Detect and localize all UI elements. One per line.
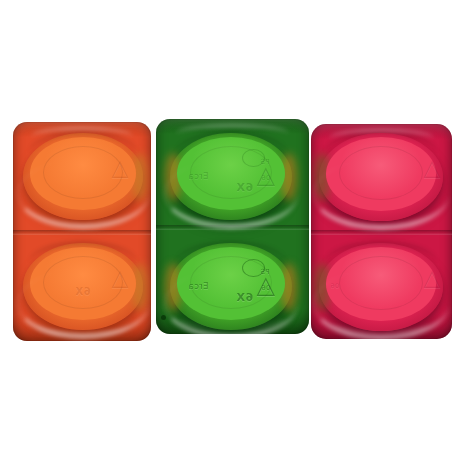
pot-orange-bottom: 6X xyxy=(23,243,143,330)
pot-green-bottom: Erca 6X PS 06 xyxy=(170,243,292,330)
pot-pink-top xyxy=(319,133,443,221)
pack-seam xyxy=(13,230,151,235)
pack-pink: 06 xyxy=(311,124,452,339)
product-photo: 6X Erca 6X PS 06 Erca 6X xyxy=(0,0,465,465)
pot-pink-bottom: 06 xyxy=(319,243,443,331)
recycling-triangle-icon xyxy=(111,157,128,179)
pack-seam xyxy=(311,230,452,235)
marking-manufacturer: Erca xyxy=(188,282,209,291)
marking-pack-count: 6X xyxy=(75,287,91,297)
marking-resin-code: 06 xyxy=(330,283,339,290)
recycling-triangle-icon xyxy=(423,267,440,289)
pack-orange: 6X xyxy=(13,122,151,341)
gloss-highlight xyxy=(164,159,298,229)
gloss-highlight xyxy=(17,159,149,229)
recycling-triangle-icon xyxy=(423,157,440,179)
pack-green: Erca 6X PS 06 Erca 6X PS 06 xyxy=(156,119,309,334)
marking-resin-code: 06 xyxy=(261,285,270,292)
marking-resin-code: 06 xyxy=(261,175,270,182)
mold-dot xyxy=(161,315,166,320)
pot-green-top: Erca 6X PS 06 xyxy=(170,133,292,220)
marking-manufacturer: Erca xyxy=(188,172,209,181)
pot-orange-top xyxy=(23,133,143,220)
marking-pack-count: 6X xyxy=(236,292,253,303)
gloss-highlight xyxy=(164,269,298,334)
marking-pack-count: 6X xyxy=(236,182,253,193)
gloss-highlight xyxy=(17,269,149,339)
recycling-triangle-icon xyxy=(111,267,128,289)
